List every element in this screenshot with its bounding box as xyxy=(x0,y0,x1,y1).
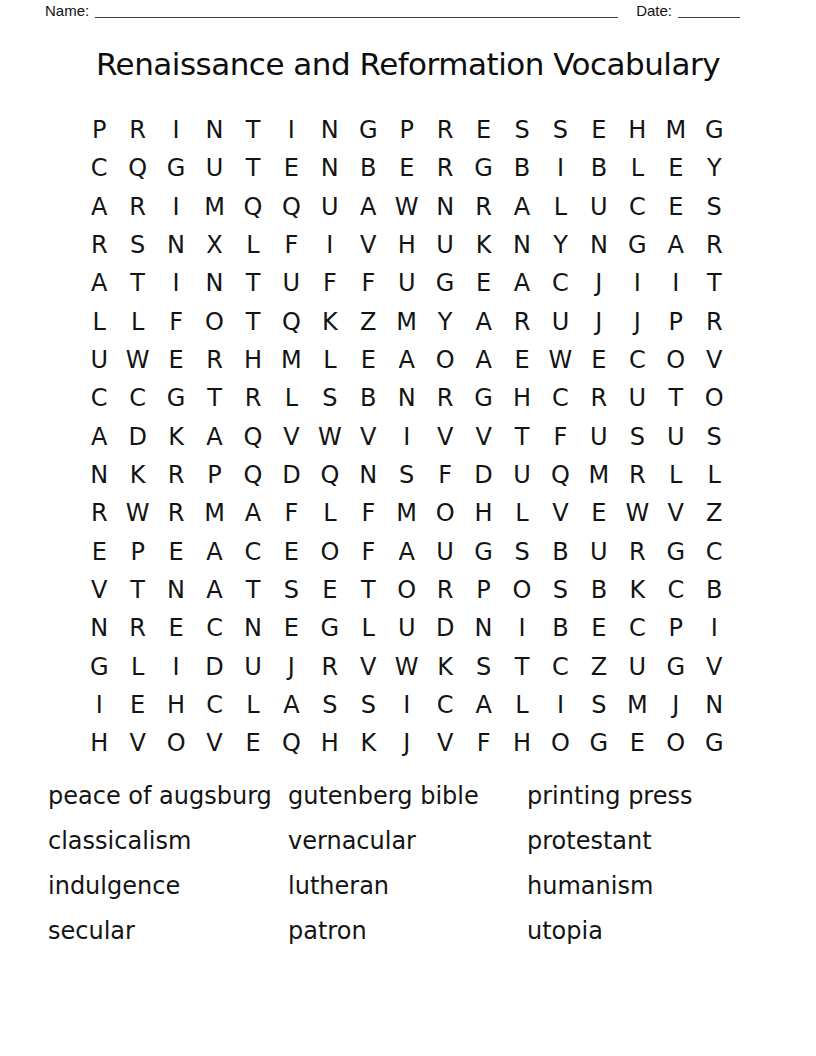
grid-cell[interactable]: C xyxy=(618,609,656,647)
grid-cell[interactable]: G xyxy=(349,111,387,149)
grid-cell[interactable]: A xyxy=(80,264,118,302)
grid-cell[interactable]: R xyxy=(618,456,656,494)
grid-cell[interactable]: Y xyxy=(695,149,733,187)
grid-cell[interactable]: R xyxy=(426,149,464,187)
grid-cell[interactable]: Q xyxy=(234,456,272,494)
grid-cell[interactable]: R xyxy=(118,188,156,226)
grid-cell[interactable]: V xyxy=(695,341,733,379)
grid-cell[interactable]: H xyxy=(157,686,195,724)
grid-cell[interactable]: K xyxy=(118,456,156,494)
grid-cell[interactable]: E xyxy=(349,341,387,379)
grid-cell[interactable]: R xyxy=(426,571,464,609)
grid-cell[interactable]: L xyxy=(695,456,733,494)
grid-cell[interactable]: U xyxy=(580,188,618,226)
word-item: indulgence xyxy=(48,864,288,909)
grid-cell[interactable]: Q xyxy=(272,188,310,226)
grid-cell[interactable]: V xyxy=(541,494,579,532)
name-input-line[interactable] xyxy=(95,1,618,18)
grid-cell[interactable]: L xyxy=(234,226,272,264)
grid-cell[interactable]: C xyxy=(426,686,464,724)
grid-cell[interactable]: F xyxy=(272,494,310,532)
grid-cell[interactable]: V xyxy=(426,724,464,762)
grid-cell[interactable]: O xyxy=(541,724,579,762)
grid-cell[interactable]: T xyxy=(657,379,695,417)
grid-cell[interactable]: P xyxy=(388,111,426,149)
grid-cell[interactable]: W xyxy=(618,494,656,532)
grid-cell[interactable]: J xyxy=(580,303,618,341)
grid-cell[interactable]: R xyxy=(157,456,195,494)
grid-cell[interactable]: M xyxy=(272,341,310,379)
grid-cell[interactable]: I xyxy=(157,647,195,685)
grid-cell[interactable]: R xyxy=(118,111,156,149)
grid-cell[interactable]: T xyxy=(234,111,272,149)
grid-cell[interactable]: S xyxy=(541,571,579,609)
grid-cell[interactable]: G xyxy=(580,724,618,762)
grid-cell[interactable]: O xyxy=(311,532,349,570)
grid-cell[interactable]: E xyxy=(464,111,502,149)
grid-cell[interactable]: T xyxy=(118,571,156,609)
grid-cell[interactable]: L xyxy=(118,303,156,341)
grid-cell[interactable]: P xyxy=(464,571,502,609)
grid-cell[interactable]: U xyxy=(541,303,579,341)
grid-cell[interactable]: V xyxy=(695,647,733,685)
grid-cell[interactable]: V xyxy=(657,494,695,532)
grid-cell[interactable]: J xyxy=(657,686,695,724)
grid-cell[interactable]: F xyxy=(157,303,195,341)
grid-cell[interactable]: E xyxy=(580,341,618,379)
grid-cell[interactable]: A xyxy=(464,303,502,341)
grid-cell[interactable]: U xyxy=(618,379,656,417)
grid-cell[interactable]: B xyxy=(503,149,541,187)
grid-cell[interactable]: N xyxy=(311,111,349,149)
grid-cell[interactable]: M xyxy=(388,494,426,532)
grid-cell[interactable]: A xyxy=(195,532,233,570)
grid-cell[interactable]: O xyxy=(503,571,541,609)
grid-cell[interactable]: O xyxy=(426,341,464,379)
grid-cell[interactable]: E xyxy=(657,188,695,226)
grid-cell[interactable]: R xyxy=(695,303,733,341)
grid-cell[interactable]: I xyxy=(695,609,733,647)
grid-cell[interactable]: G xyxy=(157,379,195,417)
grid-cell[interactable]: N xyxy=(80,609,118,647)
grid-cell[interactable]: Z xyxy=(580,647,618,685)
grid-cell[interactable]: I xyxy=(388,686,426,724)
grid-cell[interactable]: V xyxy=(349,226,387,264)
grid-cell[interactable]: G xyxy=(157,149,195,187)
grid-cell[interactable]: S xyxy=(311,686,349,724)
grid-cell[interactable]: I xyxy=(503,609,541,647)
grid-cell[interactable]: N xyxy=(695,686,733,724)
grid-cell[interactable]: B xyxy=(541,609,579,647)
grid-cell[interactable]: S xyxy=(503,532,541,570)
grid-cell[interactable]: T xyxy=(234,303,272,341)
grid-cell[interactable]: E xyxy=(580,494,618,532)
grid-cell[interactable]: D xyxy=(426,609,464,647)
grid-cell[interactable]: E xyxy=(118,686,156,724)
grid-cell[interactable]: U xyxy=(311,188,349,226)
grid-cell[interactable]: U xyxy=(388,609,426,647)
grid-cell[interactable]: R xyxy=(195,341,233,379)
grid-cell[interactable]: C xyxy=(618,341,656,379)
grid-cell[interactable]: I xyxy=(311,226,349,264)
grid-cell[interactable]: I xyxy=(541,149,579,187)
grid-cell[interactable]: O xyxy=(657,724,695,762)
grid-cell[interactable]: A xyxy=(195,571,233,609)
name-label: Name: xyxy=(45,2,89,20)
word-bank: peace of augsburgclassicalismindulgences… xyxy=(48,774,796,953)
grid-cell[interactable]: C xyxy=(541,264,579,302)
grid-cell[interactable]: I xyxy=(388,418,426,456)
grid-cell[interactable]: C xyxy=(195,686,233,724)
grid-cell[interactable]: U xyxy=(580,418,618,456)
grid-cell[interactable]: V xyxy=(272,418,310,456)
grid-cell[interactable]: M xyxy=(580,456,618,494)
grid-cell[interactable]: I xyxy=(157,188,195,226)
grid-cell[interactable]: R xyxy=(426,379,464,417)
grid-cell[interactable]: T xyxy=(349,571,387,609)
grid-cell[interactable]: H xyxy=(234,341,272,379)
grid-cell[interactable]: D xyxy=(195,647,233,685)
grid-cell[interactable]: Q xyxy=(311,456,349,494)
grid-cell[interactable]: A xyxy=(388,341,426,379)
grid-cell[interactable]: K xyxy=(618,571,656,609)
grid-cell[interactable]: P xyxy=(80,111,118,149)
grid-cell[interactable]: C xyxy=(80,379,118,417)
grid-cell[interactable]: O xyxy=(695,379,733,417)
grid-cell[interactable]: T xyxy=(234,149,272,187)
grid-cell[interactable]: A xyxy=(349,188,387,226)
grid-cell[interactable]: L xyxy=(541,188,579,226)
grid-cell[interactable]: E xyxy=(580,111,618,149)
grid-cell[interactable]: B xyxy=(541,532,579,570)
grid-cell[interactable]: L xyxy=(349,609,387,647)
grid-cell[interactable]: J xyxy=(618,303,656,341)
grid-cell[interactable]: T xyxy=(503,647,541,685)
grid-cell[interactable]: T xyxy=(234,264,272,302)
grid-cell[interactable]: E xyxy=(157,532,195,570)
grid-cell[interactable]: C xyxy=(541,647,579,685)
grid-cell[interactable]: J xyxy=(272,647,310,685)
grid-cell[interactable]: O xyxy=(426,494,464,532)
grid-cell[interactable]: S xyxy=(580,686,618,724)
grid-cell[interactable]: N xyxy=(80,456,118,494)
grid-cell[interactable]: P xyxy=(657,303,695,341)
grid-cell[interactable]: I xyxy=(618,264,656,302)
grid-cell[interactable]: E xyxy=(80,532,118,570)
grid-cell[interactable]: W xyxy=(118,494,156,532)
grid-cell[interactable]: N xyxy=(234,609,272,647)
grid-cell[interactable]: T xyxy=(195,379,233,417)
grid-cell[interactable]: E xyxy=(157,341,195,379)
grid-cell[interactable]: V xyxy=(118,724,156,762)
grid-cell[interactable]: C xyxy=(541,379,579,417)
grid-cell[interactable]: A xyxy=(464,686,502,724)
grid-cell[interactable]: E xyxy=(272,532,310,570)
grid-cell[interactable]: G xyxy=(657,647,695,685)
grid-cell[interactable]: S xyxy=(311,379,349,417)
grid-cell[interactable]: Q xyxy=(272,303,310,341)
grid-cell[interactable]: F xyxy=(272,226,310,264)
grid-cell[interactable]: F xyxy=(464,724,502,762)
grid-cell[interactable]: L xyxy=(80,303,118,341)
grid-cell[interactable]: A xyxy=(195,418,233,456)
grid-cell[interactable]: G xyxy=(426,264,464,302)
grid-cell[interactable]: A xyxy=(80,188,118,226)
grid-cell[interactable]: E xyxy=(157,609,195,647)
grid-cell[interactable]: L xyxy=(311,341,349,379)
grid-cell[interactable]: M xyxy=(657,111,695,149)
grid-cell[interactable]: L xyxy=(503,686,541,724)
grid-cell[interactable]: F xyxy=(349,494,387,532)
grid-cell[interactable]: K xyxy=(311,303,349,341)
grid-cell[interactable]: C xyxy=(195,609,233,647)
grid-cell[interactable]: R xyxy=(80,494,118,532)
grid-cell[interactable]: S xyxy=(349,686,387,724)
grid-cell[interactable]: I xyxy=(157,264,195,302)
grid-cell[interactable]: K xyxy=(157,418,195,456)
grid-cell[interactable]: A xyxy=(272,686,310,724)
grid-cell[interactable]: U xyxy=(657,418,695,456)
grid-cell[interactable]: D xyxy=(272,456,310,494)
grid-cell[interactable]: N xyxy=(580,226,618,264)
grid-cell[interactable]: B xyxy=(580,149,618,187)
grid-cell[interactable]: N xyxy=(195,264,233,302)
grid-cell[interactable]: R xyxy=(118,609,156,647)
grid-cell[interactable]: K xyxy=(349,724,387,762)
grid-cell[interactable]: G xyxy=(695,724,733,762)
grid-cell[interactable]: V xyxy=(464,418,502,456)
grid-cell[interactable]: E xyxy=(311,571,349,609)
grid-cell[interactable]: V xyxy=(349,647,387,685)
grid-cell[interactable]: G xyxy=(464,532,502,570)
grid-cell[interactable]: L xyxy=(118,647,156,685)
grid-cell[interactable]: M xyxy=(618,686,656,724)
grid-cell[interactable]: G xyxy=(695,111,733,149)
grid-cell[interactable]: V xyxy=(349,418,387,456)
grid-cell[interactable]: E xyxy=(657,149,695,187)
grid-cell[interactable]: G xyxy=(657,532,695,570)
grid-cell[interactable]: H xyxy=(80,724,118,762)
grid-cell[interactable]: J xyxy=(580,264,618,302)
grid-cell[interactable]: T xyxy=(118,264,156,302)
grid-cell[interactable]: E xyxy=(388,149,426,187)
grid-cell[interactable]: U xyxy=(503,456,541,494)
grid-cell[interactable]: Z xyxy=(695,494,733,532)
grid-cell[interactable]: R xyxy=(311,647,349,685)
grid-cell[interactable]: R xyxy=(234,379,272,417)
grid-cell[interactable]: T xyxy=(234,571,272,609)
grid-cell[interactable]: O xyxy=(195,303,233,341)
grid-cell[interactable]: R xyxy=(80,226,118,264)
grid-cell[interactable]: N xyxy=(426,188,464,226)
grid-cell[interactable]: L xyxy=(618,149,656,187)
grid-cell[interactable]: B xyxy=(695,571,733,609)
grid-cell[interactable]: A xyxy=(234,494,272,532)
grid-cell[interactable]: S xyxy=(618,418,656,456)
grid-cell[interactable]: D xyxy=(118,418,156,456)
grid-cell[interactable]: N xyxy=(195,111,233,149)
grid-cell[interactable]: S xyxy=(118,226,156,264)
date-input-line[interactable] xyxy=(678,1,740,18)
grid-cell[interactable]: E xyxy=(272,149,310,187)
word-item: vernacular xyxy=(288,819,527,864)
grid-cell[interactable]: W xyxy=(388,647,426,685)
grid-cell[interactable]: B xyxy=(349,379,387,417)
grid-cell[interactable]: C xyxy=(80,149,118,187)
grid-cell[interactable]: P xyxy=(195,456,233,494)
word-item: patron xyxy=(288,908,527,953)
grid-cell[interactable]: F xyxy=(426,456,464,494)
grid-cell[interactable]: H xyxy=(388,226,426,264)
grid-cell[interactable]: A xyxy=(80,418,118,456)
grid-cell[interactable]: E xyxy=(618,724,656,762)
word-item: gutenberg bible xyxy=(288,774,527,819)
grid-cell[interactable]: N xyxy=(157,226,195,264)
grid-cell[interactable]: V xyxy=(80,571,118,609)
grid-cell[interactable]: N xyxy=(464,609,502,647)
grid-cell[interactable]: R xyxy=(618,532,656,570)
grid-cell[interactable]: I xyxy=(157,111,195,149)
grid-cell[interactable]: U xyxy=(426,532,464,570)
grid-cell[interactable]: N xyxy=(349,456,387,494)
grid-cell[interactable]: Q xyxy=(272,724,310,762)
grid-cell[interactable]: X xyxy=(195,226,233,264)
grid-cell[interactable]: U xyxy=(580,532,618,570)
grid-cell[interactable]: C xyxy=(657,571,695,609)
grid-cell[interactable]: C xyxy=(118,379,156,417)
grid-cell[interactable]: M xyxy=(388,303,426,341)
grid-cell[interactable]: N xyxy=(388,379,426,417)
grid-cell[interactable]: A xyxy=(657,226,695,264)
grid-cell[interactable]: N xyxy=(157,571,195,609)
grid-cell[interactable]: G xyxy=(464,149,502,187)
grid-cell[interactable]: I xyxy=(541,686,579,724)
grid-cell[interactable]: C xyxy=(234,532,272,570)
grid-cell[interactable]: P xyxy=(118,532,156,570)
grid-cell[interactable]: F xyxy=(541,418,579,456)
grid-cell[interactable]: Z xyxy=(349,303,387,341)
grid-cell[interactable]: E xyxy=(503,341,541,379)
grid-cell[interactable]: G xyxy=(311,609,349,647)
grid-cell[interactable]: R xyxy=(464,188,502,226)
grid-cell[interactable]: R xyxy=(503,303,541,341)
grid-cell[interactable]: U xyxy=(618,647,656,685)
grid-cell[interactable]: W xyxy=(311,418,349,456)
grid-cell[interactable]: S xyxy=(695,188,733,226)
grid-cell[interactable]: R xyxy=(426,111,464,149)
grid-cell[interactable]: W xyxy=(118,341,156,379)
grid-cell[interactable]: G xyxy=(464,379,502,417)
grid-cell[interactable]: A xyxy=(388,532,426,570)
grid-cell[interactable]: Q xyxy=(541,456,579,494)
grid-cell[interactable]: I xyxy=(80,686,118,724)
grid-cell[interactable]: L xyxy=(234,686,272,724)
word-bank-column: printing pressprotestanthumanismutopia xyxy=(527,774,796,953)
grid-cell[interactable]: U xyxy=(388,264,426,302)
grid-cell[interactable]: B xyxy=(349,149,387,187)
grid-cell[interactable]: F xyxy=(349,264,387,302)
grid-cell[interactable]: U xyxy=(195,149,233,187)
grid-cell[interactable]: M xyxy=(195,188,233,226)
grid-cell[interactable]: E xyxy=(464,264,502,302)
grid-cell[interactable]: S xyxy=(541,111,579,149)
grid-cell[interactable]: T xyxy=(695,264,733,302)
grid-cell[interactable]: G xyxy=(618,226,656,264)
grid-cell[interactable]: A xyxy=(503,264,541,302)
grid-cell[interactable]: L xyxy=(657,456,695,494)
grid-cell[interactable]: S xyxy=(388,456,426,494)
grid-cell[interactable]: V xyxy=(426,418,464,456)
grid-cell[interactable]: H xyxy=(503,724,541,762)
grid-cell[interactable]: G xyxy=(80,647,118,685)
grid-cell[interactable]: R xyxy=(157,494,195,532)
grid-cell[interactable]: C xyxy=(618,188,656,226)
grid-cell[interactable]: Y xyxy=(541,226,579,264)
grid-cell[interactable]: I xyxy=(272,111,310,149)
grid-cell[interactable]: M xyxy=(195,494,233,532)
grid-cell[interactable]: O xyxy=(388,571,426,609)
grid-cell[interactable]: J xyxy=(388,724,426,762)
grid-cell[interactable]: K xyxy=(464,226,502,264)
grid-cell[interactable]: Q xyxy=(234,188,272,226)
grid-cell[interactable]: F xyxy=(311,264,349,302)
grid-cell[interactable]: Q xyxy=(118,149,156,187)
grid-cell[interactable]: A xyxy=(464,341,502,379)
grid-cell[interactable]: N xyxy=(503,226,541,264)
grid-cell[interactable]: S xyxy=(503,111,541,149)
grid-cell[interactable]: U xyxy=(272,264,310,302)
grid-cell[interactable]: U xyxy=(426,226,464,264)
grid-cell[interactable]: B xyxy=(580,571,618,609)
grid-cell[interactable]: Y xyxy=(426,303,464,341)
grid-cell[interactable]: W xyxy=(541,341,579,379)
grid-cell[interactable]: E xyxy=(272,609,310,647)
grid-cell[interactable]: P xyxy=(657,609,695,647)
grid-cell[interactable]: L xyxy=(272,379,310,417)
grid-cell[interactable]: O xyxy=(657,341,695,379)
grid-cell[interactable]: O xyxy=(157,724,195,762)
grid-cell[interactable]: U xyxy=(234,647,272,685)
grid-cell[interactable]: S xyxy=(464,647,502,685)
grid-cell[interactable]: A xyxy=(503,188,541,226)
grid-cell[interactable]: E xyxy=(234,724,272,762)
grid-cell[interactable]: S xyxy=(695,418,733,456)
grid-cell[interactable]: H xyxy=(311,724,349,762)
word-bank-column: gutenberg biblevernacularlutheranpatron xyxy=(288,774,527,953)
grid-cell[interactable]: R xyxy=(580,379,618,417)
grid-cell[interactable]: C xyxy=(695,532,733,570)
grid-cell[interactable]: E xyxy=(580,609,618,647)
grid-cell[interactable]: F xyxy=(349,532,387,570)
grid-cell[interactable]: U xyxy=(80,341,118,379)
grid-cell[interactable]: K xyxy=(426,647,464,685)
grid-cell[interactable]: S xyxy=(272,571,310,609)
grid-cell[interactable]: L xyxy=(311,494,349,532)
word-item: peace of augsburg xyxy=(48,774,288,819)
grid-cell[interactable]: H xyxy=(618,111,656,149)
grid-cell[interactable]: H xyxy=(464,494,502,532)
grid-cell[interactable]: H xyxy=(503,379,541,417)
grid-cell[interactable]: W xyxy=(388,188,426,226)
grid-cell[interactable]: V xyxy=(195,724,233,762)
grid-cell[interactable]: D xyxy=(464,456,502,494)
grid-cell[interactable]: I xyxy=(657,264,695,302)
grid-cell[interactable]: L xyxy=(503,494,541,532)
grid-cell[interactable]: Q xyxy=(234,418,272,456)
grid-cell[interactable]: N xyxy=(311,149,349,187)
grid-cell[interactable]: R xyxy=(695,226,733,264)
grid-cell[interactable]: T xyxy=(503,418,541,456)
